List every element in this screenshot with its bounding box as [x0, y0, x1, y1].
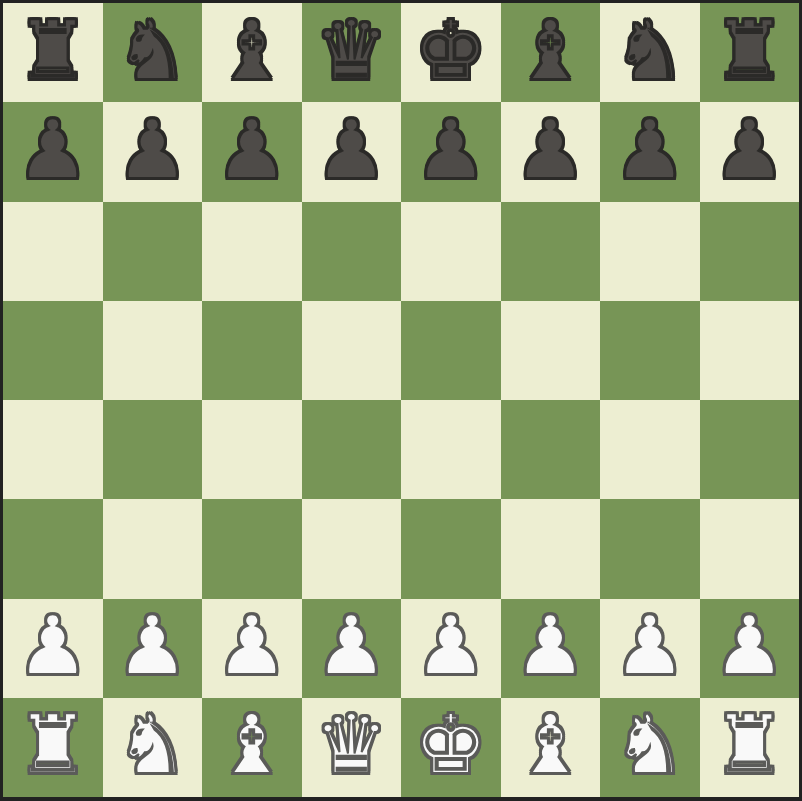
square-d1[interactable]: ♛ — [302, 698, 402, 797]
piece-white-pawn-c2[interactable]: ♟ — [215, 605, 289, 687]
piece-white-pawn-d2[interactable]: ♟ — [314, 605, 388, 687]
square-h6[interactable] — [700, 202, 800, 301]
piece-white-rook-a1[interactable]: ♜ — [16, 704, 90, 786]
square-a7[interactable]: ♟ — [3, 102, 103, 201]
square-f4[interactable] — [501, 400, 601, 499]
square-a3[interactable] — [3, 499, 103, 598]
piece-white-queen-d1[interactable]: ♛ — [314, 704, 388, 786]
square-d6[interactable] — [302, 202, 402, 301]
piece-black-pawn-e7[interactable]: ♟ — [414, 109, 488, 191]
square-e3[interactable] — [401, 499, 501, 598]
square-d4[interactable] — [302, 400, 402, 499]
square-a4[interactable] — [3, 400, 103, 499]
square-g4[interactable] — [600, 400, 700, 499]
square-b2[interactable]: ♟ — [103, 599, 203, 698]
square-c8[interactable]: ♝ — [202, 3, 302, 102]
square-d5[interactable] — [302, 301, 402, 400]
square-a6[interactable] — [3, 202, 103, 301]
square-g7[interactable]: ♟ — [600, 102, 700, 201]
square-d2[interactable]: ♟ — [302, 599, 402, 698]
square-f1[interactable]: ♝ — [501, 698, 601, 797]
square-f7[interactable]: ♟ — [501, 102, 601, 201]
piece-white-bishop-c1[interactable]: ♝ — [215, 704, 289, 786]
square-b8[interactable]: ♞ — [103, 3, 203, 102]
piece-black-rook-a8[interactable]: ♜ — [16, 10, 90, 92]
square-f8[interactable]: ♝ — [501, 3, 601, 102]
piece-black-pawn-a7[interactable]: ♟ — [16, 109, 90, 191]
square-h2[interactable]: ♟ — [700, 599, 800, 698]
square-g5[interactable] — [600, 301, 700, 400]
square-h8[interactable]: ♜ — [700, 3, 800, 102]
square-c7[interactable]: ♟ — [202, 102, 302, 201]
chess-board[interactable]: ♜♞♝♛♚♝♞♜♟♟♟♟♟♟♟♟♟♟♟♟♟♟♟♟♜♞♝♛♚♝♞♜ — [3, 3, 799, 797]
piece-white-king-e1[interactable]: ♚ — [414, 704, 488, 786]
piece-white-pawn-a2[interactable]: ♟ — [16, 605, 90, 687]
piece-white-pawn-g2[interactable]: ♟ — [613, 605, 687, 687]
piece-black-rook-h8[interactable]: ♜ — [712, 10, 786, 92]
square-g6[interactable] — [600, 202, 700, 301]
square-f6[interactable] — [501, 202, 601, 301]
square-h3[interactable] — [700, 499, 800, 598]
piece-black-pawn-f7[interactable]: ♟ — [513, 109, 587, 191]
piece-white-pawn-b2[interactable]: ♟ — [115, 605, 189, 687]
piece-black-knight-b8[interactable]: ♞ — [115, 10, 189, 92]
square-h7[interactable]: ♟ — [700, 102, 800, 201]
square-b5[interactable] — [103, 301, 203, 400]
piece-white-rook-h1[interactable]: ♜ — [712, 704, 786, 786]
square-f5[interactable] — [501, 301, 601, 400]
piece-black-pawn-c7[interactable]: ♟ — [215, 109, 289, 191]
square-e1[interactable]: ♚ — [401, 698, 501, 797]
square-f3[interactable] — [501, 499, 601, 598]
square-h5[interactable] — [700, 301, 800, 400]
square-d3[interactable] — [302, 499, 402, 598]
piece-black-pawn-b7[interactable]: ♟ — [115, 109, 189, 191]
piece-black-knight-g8[interactable]: ♞ — [613, 10, 687, 92]
piece-black-pawn-h7[interactable]: ♟ — [712, 109, 786, 191]
piece-black-pawn-g7[interactable]: ♟ — [613, 109, 687, 191]
square-e5[interactable] — [401, 301, 501, 400]
square-b6[interactable] — [103, 202, 203, 301]
square-a2[interactable]: ♟ — [3, 599, 103, 698]
square-e2[interactable]: ♟ — [401, 599, 501, 698]
piece-black-bishop-c8[interactable]: ♝ — [215, 10, 289, 92]
square-a5[interactable] — [3, 301, 103, 400]
square-f2[interactable]: ♟ — [501, 599, 601, 698]
square-h4[interactable] — [700, 400, 800, 499]
piece-black-queen-d8[interactable]: ♛ — [314, 10, 388, 92]
square-h1[interactable]: ♜ — [700, 698, 800, 797]
piece-white-knight-g1[interactable]: ♞ — [613, 704, 687, 786]
square-e8[interactable]: ♚ — [401, 3, 501, 102]
square-b7[interactable]: ♟ — [103, 102, 203, 201]
piece-black-king-e8[interactable]: ♚ — [414, 10, 488, 92]
square-c2[interactable]: ♟ — [202, 599, 302, 698]
square-c5[interactable] — [202, 301, 302, 400]
square-g3[interactable] — [600, 499, 700, 598]
square-c3[interactable] — [202, 499, 302, 598]
square-c6[interactable] — [202, 202, 302, 301]
square-b1[interactable]: ♞ — [103, 698, 203, 797]
square-b4[interactable] — [103, 400, 203, 499]
square-d8[interactable]: ♛ — [302, 3, 402, 102]
square-g2[interactable]: ♟ — [600, 599, 700, 698]
square-e6[interactable] — [401, 202, 501, 301]
piece-white-knight-b1[interactable]: ♞ — [115, 704, 189, 786]
square-e4[interactable] — [401, 400, 501, 499]
page-background: ♜♞♝♛♚♝♞♜♟♟♟♟♟♟♟♟♟♟♟♟♟♟♟♟♜♞♝♛♚♝♞♜ — [0, 0, 802, 801]
square-a8[interactable]: ♜ — [3, 3, 103, 102]
piece-white-pawn-f2[interactable]: ♟ — [513, 605, 587, 687]
square-a1[interactable]: ♜ — [3, 698, 103, 797]
square-b3[interactable] — [103, 499, 203, 598]
piece-white-pawn-h2[interactable]: ♟ — [712, 605, 786, 687]
piece-black-pawn-d7[interactable]: ♟ — [314, 109, 388, 191]
piece-white-pawn-e2[interactable]: ♟ — [414, 605, 488, 687]
square-g8[interactable]: ♞ — [600, 3, 700, 102]
square-e7[interactable]: ♟ — [401, 102, 501, 201]
square-c4[interactable] — [202, 400, 302, 499]
square-g1[interactable]: ♞ — [600, 698, 700, 797]
square-c1[interactable]: ♝ — [202, 698, 302, 797]
piece-black-bishop-f8[interactable]: ♝ — [513, 10, 587, 92]
piece-white-bishop-f1[interactable]: ♝ — [513, 704, 587, 786]
square-d7[interactable]: ♟ — [302, 102, 402, 201]
